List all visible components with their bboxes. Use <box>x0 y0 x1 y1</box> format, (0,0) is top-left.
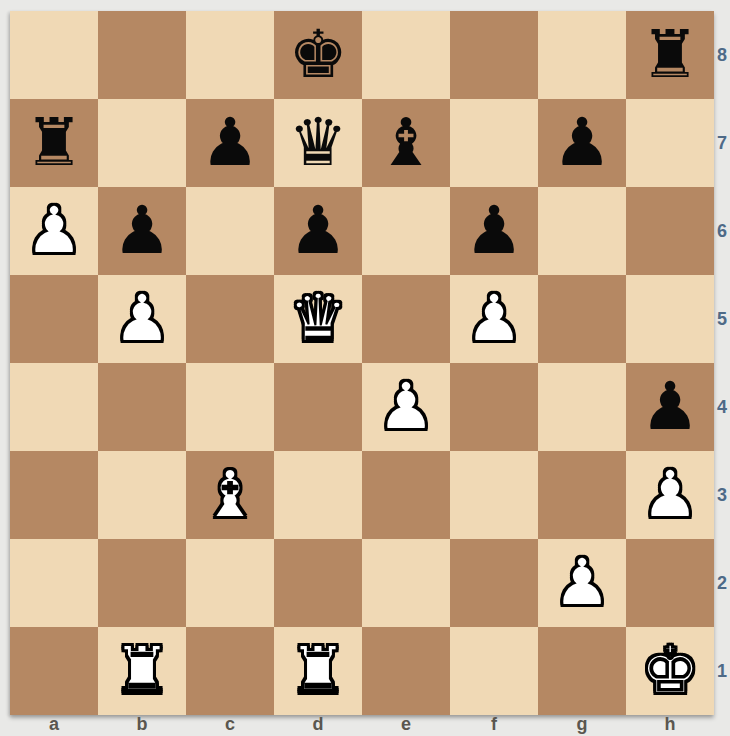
square-h2[interactable] <box>626 539 714 627</box>
black-pawn[interactable]: ♟ <box>640 363 699 451</box>
square-e6[interactable] <box>362 187 450 275</box>
square-f7[interactable] <box>450 99 538 187</box>
black-king[interactable]: ♚ <box>288 11 347 99</box>
square-d2[interactable] <box>274 539 362 627</box>
file-label-e: e <box>362 713 450 736</box>
square-f6[interactable]: ♟ <box>450 187 538 275</box>
square-g8[interactable] <box>538 11 626 99</box>
square-f8[interactable] <box>450 11 538 99</box>
square-b2[interactable] <box>98 539 186 627</box>
square-h1[interactable]: ♚ <box>626 627 714 715</box>
square-g2[interactable]: ♟ <box>538 539 626 627</box>
square-d5[interactable]: ♛ <box>274 275 362 363</box>
square-e5[interactable] <box>362 275 450 363</box>
black-queen[interactable]: ♛ <box>288 99 347 187</box>
square-d6[interactable]: ♟ <box>274 187 362 275</box>
square-e2[interactable] <box>362 539 450 627</box>
square-a5[interactable] <box>10 275 98 363</box>
square-c3[interactable]: ♝ <box>186 451 274 539</box>
square-d7[interactable]: ♛ <box>274 99 362 187</box>
square-h4[interactable]: ♟ <box>626 363 714 451</box>
square-g6[interactable] <box>538 187 626 275</box>
square-f5[interactable]: ♟ <box>450 275 538 363</box>
square-b1[interactable]: ♜ <box>98 627 186 715</box>
white-rook[interactable]: ♜ <box>112 627 171 715</box>
square-b3[interactable] <box>98 451 186 539</box>
square-h6[interactable] <box>626 187 714 275</box>
rank-labels: 87654321 <box>714 11 730 715</box>
rank-label-5: 5 <box>714 275 730 363</box>
rank-label-3: 3 <box>714 451 730 539</box>
black-pawn[interactable]: ♟ <box>200 99 259 187</box>
square-h5[interactable] <box>626 275 714 363</box>
square-d8[interactable]: ♚ <box>274 11 362 99</box>
rank-label-4: 4 <box>714 363 730 451</box>
square-a2[interactable] <box>10 539 98 627</box>
square-g4[interactable] <box>538 363 626 451</box>
square-g5[interactable] <box>538 275 626 363</box>
black-pawn[interactable]: ♟ <box>464 187 523 275</box>
square-b5[interactable]: ♟ <box>98 275 186 363</box>
white-pawn[interactable]: ♟ <box>376 363 435 451</box>
square-a4[interactable] <box>10 363 98 451</box>
square-c8[interactable] <box>186 11 274 99</box>
rank-label-1: 1 <box>714 627 730 715</box>
square-c2[interactable] <box>186 539 274 627</box>
square-e1[interactable] <box>362 627 450 715</box>
square-h7[interactable] <box>626 99 714 187</box>
file-labels: abcdefgh <box>10 713 714 736</box>
square-d4[interactable] <box>274 363 362 451</box>
file-label-b: b <box>98 713 186 736</box>
square-g3[interactable] <box>538 451 626 539</box>
white-rook[interactable]: ♜ <box>288 627 347 715</box>
white-king[interactable]: ♚ <box>640 627 699 715</box>
square-b4[interactable] <box>98 363 186 451</box>
black-bishop[interactable]: ♝ <box>376 99 435 187</box>
square-a6[interactable]: ♟ <box>10 187 98 275</box>
square-h3[interactable]: ♟ <box>626 451 714 539</box>
file-label-a: a <box>10 713 98 736</box>
square-g1[interactable] <box>538 627 626 715</box>
square-f3[interactable] <box>450 451 538 539</box>
file-label-d: d <box>274 713 362 736</box>
square-c6[interactable] <box>186 187 274 275</box>
square-d1[interactable]: ♜ <box>274 627 362 715</box>
black-pawn[interactable]: ♟ <box>288 187 347 275</box>
square-d3[interactable] <box>274 451 362 539</box>
square-f4[interactable] <box>450 363 538 451</box>
file-label-f: f <box>450 713 538 736</box>
square-f1[interactable] <box>450 627 538 715</box>
square-b7[interactable] <box>98 99 186 187</box>
white-pawn[interactable]: ♟ <box>112 275 171 363</box>
black-rook[interactable]: ♜ <box>24 99 83 187</box>
square-c4[interactable] <box>186 363 274 451</box>
white-pawn[interactable]: ♟ <box>24 187 83 275</box>
rank-label-2: 2 <box>714 539 730 627</box>
square-a7[interactable]: ♜ <box>10 99 98 187</box>
black-pawn[interactable]: ♟ <box>112 187 171 275</box>
file-label-h: h <box>626 713 714 736</box>
square-e8[interactable] <box>362 11 450 99</box>
square-b8[interactable] <box>98 11 186 99</box>
file-label-g: g <box>538 713 626 736</box>
white-queen[interactable]: ♛ <box>288 275 347 363</box>
square-a3[interactable] <box>10 451 98 539</box>
square-c5[interactable] <box>186 275 274 363</box>
white-pawn[interactable]: ♟ <box>464 275 523 363</box>
rank-label-6: 6 <box>714 187 730 275</box>
white-bishop[interactable]: ♝ <box>200 451 259 539</box>
white-pawn[interactable]: ♟ <box>640 451 699 539</box>
square-e4[interactable]: ♟ <box>362 363 450 451</box>
square-b6[interactable]: ♟ <box>98 187 186 275</box>
square-g7[interactable]: ♟ <box>538 99 626 187</box>
chess-board: ♚♜♜♟♛♝♟♟♟♟♟♟♛♟♟♟♝♟♟♜♜♚ <box>10 11 714 715</box>
square-a8[interactable] <box>10 11 98 99</box>
rank-label-8: 8 <box>714 11 730 99</box>
square-f2[interactable] <box>450 539 538 627</box>
file-label-c: c <box>186 713 274 736</box>
square-c1[interactable] <box>186 627 274 715</box>
black-rook[interactable]: ♜ <box>640 11 699 99</box>
black-pawn[interactable]: ♟ <box>552 99 611 187</box>
square-e3[interactable] <box>362 451 450 539</box>
square-a1[interactable] <box>10 627 98 715</box>
square-c7[interactable]: ♟ <box>186 99 274 187</box>
white-pawn[interactable]: ♟ <box>552 539 611 627</box>
rank-label-7: 7 <box>714 99 730 187</box>
square-h8[interactable]: ♜ <box>626 11 714 99</box>
square-e7[interactable]: ♝ <box>362 99 450 187</box>
